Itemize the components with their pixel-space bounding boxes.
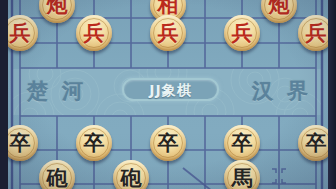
piece-character: 卒 [232,132,253,153]
piece-character: 兵 [84,22,105,43]
piece-character: 馬 [232,167,253,188]
piece-character: 卒 [10,132,31,153]
piece-character: 兵 [10,22,31,43]
xiangqi-board[interactable]: 楚河 汉界 JJ象棋 炮相炮兵兵兵兵兵卒卒卒卒卒砲砲馬 [0,0,336,189]
piece-red-soldier-4[interactable]: 兵 [224,15,260,51]
piece-red-cannon-left[interactable]: 炮 [39,0,75,23]
piece-character: 炮 [47,0,68,15]
piece-character: 卒 [306,132,327,153]
piece-character: 砲 [47,167,68,188]
pieces-layer: 炮相炮兵兵兵兵兵卒卒卒卒卒砲砲馬 [0,0,336,189]
piece-black-cannon-left[interactable]: 砲 [39,160,75,189]
piece-character: 兵 [232,22,253,43]
piece-character: 相 [158,0,179,15]
piece-black-soldier-3[interactable]: 卒 [150,125,186,161]
piece-black-soldier-2[interactable]: 卒 [76,125,112,161]
piece-red-soldier-3[interactable]: 兵 [150,15,186,51]
piece-character: 卒 [158,132,179,153]
piece-character: 砲 [121,167,142,188]
piece-character: 兵 [158,22,179,43]
piece-black-soldier-4[interactable]: 卒 [224,125,260,161]
piece-character: 炮 [269,0,290,15]
right-letterbox-strip [328,0,336,189]
piece-red-soldier-2[interactable]: 兵 [76,15,112,51]
piece-character: 兵 [306,22,327,43]
piece-black-cannon-mid[interactable]: 砲 [113,160,149,189]
piece-character: 卒 [84,132,105,153]
piece-black-horse[interactable]: 馬 [224,160,260,189]
piece-red-cannon-right[interactable]: 炮 [261,0,297,23]
left-letterbox-strip [0,0,8,189]
